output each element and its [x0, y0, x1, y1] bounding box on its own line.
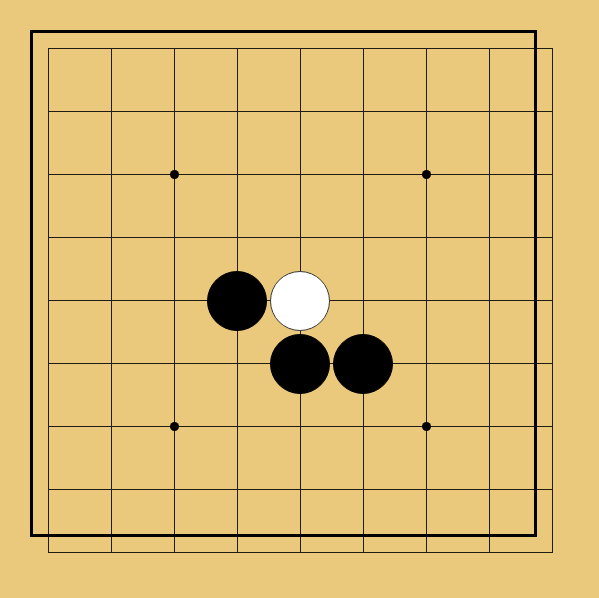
grid-line-vertical [426, 332, 427, 395]
board-intersection-A1[interactable] [17, 521, 80, 584]
board-intersection-H9[interactable] [458, 17, 521, 80]
grid-line-vertical [48, 332, 49, 395]
board-intersection-D6[interactable] [206, 206, 269, 269]
grid-line-horizontal [521, 300, 553, 301]
grid-line-vertical [48, 269, 49, 332]
board-intersection-J3[interactable] [521, 395, 584, 458]
board-intersection-G4[interactable] [395, 332, 458, 395]
board-intersection-D1[interactable] [206, 521, 269, 584]
board-intersection-F4[interactable] [332, 332, 395, 395]
board-intersection-E5[interactable] [269, 269, 332, 332]
board-intersection-F2[interactable] [332, 458, 395, 521]
grid-line-vertical [111, 332, 112, 395]
board-intersection-C3[interactable] [143, 395, 206, 458]
board-intersection-B7[interactable] [80, 143, 143, 206]
board-intersection-E1[interactable] [269, 521, 332, 584]
board-intersection-G7[interactable] [395, 143, 458, 206]
grid-line-vertical [426, 458, 427, 521]
go-board [17, 17, 584, 584]
grid-line-vertical [300, 48, 301, 80]
grid-line-vertical [363, 395, 364, 458]
grid-line-vertical [174, 269, 175, 332]
grid-line-vertical [489, 395, 490, 458]
board-intersection-G8[interactable] [395, 80, 458, 143]
grid-line-vertical [363, 80, 364, 143]
grid-line-horizontal [521, 174, 553, 175]
board-intersection-G6[interactable] [395, 206, 458, 269]
star-point-G7 [422, 170, 431, 179]
grid-line-vertical [426, 48, 427, 80]
grid-line-horizontal [521, 552, 553, 553]
board-intersection-E6[interactable] [269, 206, 332, 269]
grid-line-vertical [300, 143, 301, 206]
grid-line-vertical [111, 206, 112, 269]
grid-line-horizontal [48, 426, 80, 427]
board-intersection-B6[interactable] [80, 206, 143, 269]
grid-line-vertical [426, 521, 427, 553]
board-intersection-A7[interactable] [17, 143, 80, 206]
grid-line-vertical [363, 269, 364, 332]
grid-line-vertical [48, 521, 49, 553]
board-intersection-D7[interactable] [206, 143, 269, 206]
grid-line-vertical [489, 48, 490, 80]
board-intersection-C6[interactable] [143, 206, 206, 269]
board-intersection-B5[interactable] [80, 269, 143, 332]
star-point-C7 [170, 170, 179, 179]
board-intersection-J8[interactable] [521, 80, 584, 143]
grid-line-horizontal [48, 489, 80, 490]
grid-line-vertical [552, 269, 553, 332]
board-intersection-B8[interactable] [80, 80, 143, 143]
board-intersection-A5[interactable] [17, 269, 80, 332]
grid-line-vertical [237, 521, 238, 553]
board-intersection-F9[interactable] [332, 17, 395, 80]
black-stone-D5 [207, 271, 267, 331]
board-intersection-F1[interactable] [332, 521, 395, 584]
grid-line-vertical [363, 458, 364, 521]
grid-line-vertical [48, 458, 49, 521]
board-intersection-E8[interactable] [269, 80, 332, 143]
board-intersection-E4[interactable] [269, 332, 332, 395]
grid-line-horizontal [48, 48, 80, 49]
board-intersection-G9[interactable] [395, 17, 458, 80]
board-intersection-C5[interactable] [143, 269, 206, 332]
board-intersection-H1[interactable] [458, 521, 521, 584]
grid-line-horizontal [48, 300, 80, 301]
grid-line-vertical [111, 521, 112, 553]
grid-line-vertical [552, 48, 553, 80]
board-intersection-A9[interactable] [17, 17, 80, 80]
board-intersection-F3[interactable] [332, 395, 395, 458]
board-intersection-A4[interactable] [17, 332, 80, 395]
grid-line-horizontal [521, 48, 553, 49]
board-intersection-C7[interactable] [143, 143, 206, 206]
grid-line-vertical [174, 458, 175, 521]
grid-line-vertical [48, 48, 49, 80]
board-intersection-F8[interactable] [332, 80, 395, 143]
board-intersection-C4[interactable] [143, 332, 206, 395]
board-intersection-J2[interactable] [521, 458, 584, 521]
board-intersection-D8[interactable] [206, 80, 269, 143]
board-intersection-A8[interactable] [17, 80, 80, 143]
board-intersection-F6[interactable] [332, 206, 395, 269]
grid-line-vertical [174, 48, 175, 80]
grid-line-vertical [489, 332, 490, 395]
grid-line-vertical [489, 80, 490, 143]
grid-line-vertical [174, 521, 175, 553]
grid-line-vertical [111, 269, 112, 332]
board-intersection-J9[interactable] [521, 17, 584, 80]
board-intersection-G2[interactable] [395, 458, 458, 521]
grid-line-horizontal [48, 552, 80, 553]
board-intersection-D3[interactable] [206, 395, 269, 458]
board-intersection-G5[interactable] [395, 269, 458, 332]
board-intersection-D2[interactable] [206, 458, 269, 521]
grid-line-horizontal [48, 363, 80, 364]
grid-line-vertical [426, 80, 427, 143]
board-intersection-D9[interactable] [206, 17, 269, 80]
grid-line-vertical [237, 458, 238, 521]
grid-line-vertical [48, 80, 49, 143]
grid-line-vertical [111, 80, 112, 143]
board-intersection-E2[interactable] [269, 458, 332, 521]
board-intersection-B3[interactable] [80, 395, 143, 458]
board-intersection-B1[interactable] [80, 521, 143, 584]
board-intersection-A6[interactable] [17, 206, 80, 269]
grid-line-vertical [426, 206, 427, 269]
white-stone-E5 [270, 271, 330, 331]
grid-line-vertical [300, 206, 301, 269]
grid-line-horizontal [521, 489, 553, 490]
grid-line-vertical [489, 269, 490, 332]
grid-line-vertical [300, 395, 301, 458]
grid-line-vertical [111, 143, 112, 206]
grid-line-vertical [363, 48, 364, 80]
grid-line-vertical [552, 143, 553, 206]
board-intersection-B9[interactable] [80, 17, 143, 80]
go-board-screenshot [0, 0, 599, 598]
board-intersection-D5[interactable] [206, 269, 269, 332]
grid-line-horizontal [521, 363, 553, 364]
board-intersection-C2[interactable] [143, 458, 206, 521]
grid-line-vertical [48, 395, 49, 458]
grid-line-horizontal [48, 111, 80, 112]
board-intersection-H3[interactable] [458, 395, 521, 458]
board-intersection-J6[interactable] [521, 206, 584, 269]
grid-line-vertical [111, 48, 112, 80]
grid-line-vertical [363, 143, 364, 206]
grid-line-vertical [552, 458, 553, 521]
grid-line-vertical [237, 80, 238, 143]
board-intersection-C8[interactable] [143, 80, 206, 143]
board-intersection-J4[interactable] [521, 332, 584, 395]
board-intersection-H2[interactable] [458, 458, 521, 521]
board-intersection-E9[interactable] [269, 17, 332, 80]
board-intersection-J5[interactable] [521, 269, 584, 332]
star-point-G3 [422, 422, 431, 431]
grid-line-horizontal [521, 111, 553, 112]
grid-line-vertical [237, 206, 238, 269]
black-stone-E4 [270, 334, 330, 394]
grid-line-vertical [48, 206, 49, 269]
grid-line-vertical [48, 143, 49, 206]
grid-line-vertical [237, 332, 238, 395]
grid-line-vertical [552, 80, 553, 143]
grid-line-horizontal [48, 174, 80, 175]
board-intersection-F5[interactable] [332, 269, 395, 332]
board-intersection-A2[interactable] [17, 458, 80, 521]
grid-line-vertical [363, 521, 364, 553]
grid-line-vertical [300, 521, 301, 553]
board-intersection-B4[interactable] [80, 332, 143, 395]
board-intersection-A3[interactable] [17, 395, 80, 458]
board-intersection-H5[interactable] [458, 269, 521, 332]
board-intersection-H4[interactable] [458, 332, 521, 395]
board-intersection-C1[interactable] [143, 521, 206, 584]
grid-line-vertical [237, 395, 238, 458]
grid-line-vertical [237, 143, 238, 206]
board-intersection-H8[interactable] [458, 80, 521, 143]
grid-line-vertical [300, 458, 301, 521]
grid-line-vertical [111, 458, 112, 521]
board-intersection-J7[interactable] [521, 143, 584, 206]
grid-line-vertical [237, 48, 238, 80]
grid-line-vertical [174, 80, 175, 143]
grid-line-vertical [489, 206, 490, 269]
grid-line-vertical [174, 332, 175, 395]
board-intersection-B2[interactable] [80, 458, 143, 521]
board-intersection-J1[interactable] [521, 521, 584, 584]
board-intersection-F7[interactable] [332, 143, 395, 206]
board-intersection-E3[interactable] [269, 395, 332, 458]
board-intersection-H6[interactable] [458, 206, 521, 269]
board-intersection-H7[interactable] [458, 143, 521, 206]
grid-line-vertical [489, 143, 490, 206]
grid-line-vertical [552, 395, 553, 458]
star-point-C3 [170, 422, 179, 431]
grid-line-vertical [363, 206, 364, 269]
grid-line-vertical [552, 521, 553, 553]
grid-line-vertical [552, 332, 553, 395]
board-intersection-G3[interactable] [395, 395, 458, 458]
grid-line-vertical [489, 521, 490, 553]
grid-line-horizontal [48, 237, 80, 238]
board-intersection-D4[interactable] [206, 332, 269, 395]
grid-line-vertical [174, 206, 175, 269]
grid-line-vertical [426, 269, 427, 332]
grid-line-horizontal [521, 426, 553, 427]
board-intersection-G1[interactable] [395, 521, 458, 584]
grid-line-vertical [552, 206, 553, 269]
grid-line-vertical [300, 80, 301, 143]
grid-line-vertical [111, 395, 112, 458]
board-intersection-E7[interactable] [269, 143, 332, 206]
grid-line-vertical [489, 458, 490, 521]
black-stone-F4 [333, 334, 393, 394]
board-intersection-C9[interactable] [143, 17, 206, 80]
grid-line-horizontal [521, 237, 553, 238]
